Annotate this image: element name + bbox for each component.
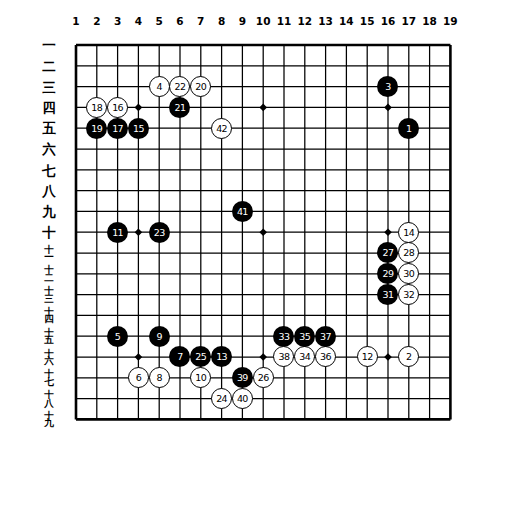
stone-black-move-9: 9 (149, 326, 170, 347)
stone-black-move-19: 19 (86, 118, 107, 139)
stone-white-move-14: 14 (398, 222, 419, 243)
stone-black-move-39: 39 (232, 367, 253, 388)
stone-white-move-16: 16 (107, 97, 128, 118)
stone-white-move-32: 32 (398, 284, 419, 305)
column-label-17: 17 (398, 12, 419, 30)
stone-black-move-25: 25 (190, 346, 211, 367)
row-label-6: 六 (36, 139, 62, 160)
row-label-8: 八 (36, 180, 62, 201)
stone-black-move-37: 37 (315, 326, 336, 347)
stone-white-move-40: 40 (232, 388, 253, 409)
stone-white-move-8: 8 (149, 367, 170, 388)
stone-white-move-12: 12 (357, 346, 378, 367)
row-label-5: 五 (36, 118, 62, 139)
stone-black-move-31: 31 (377, 284, 398, 305)
stone-black-move-33: 33 (273, 326, 294, 347)
column-label-2: 2 (86, 12, 107, 30)
stone-black-move-17: 17 (107, 118, 128, 139)
column-label-13: 13 (315, 12, 336, 30)
stone-white-move-22: 22 (169, 76, 190, 97)
row-labels: 一二三四五六七八九十十一十二十三十四十五十六十七十八十九 (36, 35, 62, 430)
row-label-13: 十三 (36, 284, 62, 305)
row-label-17: 十七 (36, 367, 62, 388)
stone-black-move-13: 13 (211, 346, 232, 367)
stone-black-move-41: 41 (232, 201, 253, 222)
column-label-1: 1 (66, 12, 87, 30)
stone-white-move-2: 2 (398, 346, 419, 367)
column-label-16: 16 (378, 12, 399, 30)
column-label-9: 9 (232, 12, 253, 30)
stone-white-move-6: 6 (128, 367, 149, 388)
row-label-10: 十 (36, 222, 62, 243)
stone-white-move-10: 10 (190, 367, 211, 388)
column-label-12: 12 (294, 12, 315, 30)
stone-white-move-38: 38 (273, 346, 294, 367)
row-label-16: 十六 (36, 347, 62, 368)
row-label-11: 十一 (36, 243, 62, 264)
stones-layer: 1234567891011121314151617181920212223242… (66, 35, 461, 430)
column-label-5: 5 (149, 12, 170, 30)
column-label-19: 19 (440, 12, 461, 30)
row-label-9: 九 (36, 201, 62, 222)
go-board-diagram: 12345678910111213141516171819 一二三四五六七八九十… (0, 0, 512, 512)
stone-white-move-18: 18 (86, 97, 107, 118)
stone-white-move-34: 34 (294, 346, 315, 367)
column-labels: 12345678910111213141516171819 (66, 12, 461, 30)
column-label-8: 8 (211, 12, 232, 30)
column-label-11: 11 (274, 12, 295, 30)
stone-white-move-28: 28 (398, 242, 419, 263)
column-label-14: 14 (336, 12, 357, 30)
stone-black-move-3: 3 (377, 76, 398, 97)
stone-black-move-27: 27 (377, 242, 398, 263)
stone-white-move-36: 36 (315, 346, 336, 367)
stone-white-move-26: 26 (253, 367, 274, 388)
row-label-1: 一 (36, 35, 62, 56)
row-label-14: 十四 (36, 305, 62, 326)
stone-black-move-29: 29 (377, 263, 398, 284)
column-label-3: 3 (107, 12, 128, 30)
row-label-2: 二 (36, 55, 62, 76)
row-label-7: 七 (36, 159, 62, 180)
stone-black-move-7: 7 (169, 346, 190, 367)
row-label-19: 十九 (36, 409, 62, 430)
stone-white-move-42: 42 (211, 118, 232, 139)
row-label-15: 十五 (36, 326, 62, 347)
stone-white-move-4: 4 (149, 76, 170, 97)
row-label-3: 三 (36, 76, 62, 97)
stone-black-move-35: 35 (294, 326, 315, 347)
row-label-4: 四 (36, 97, 62, 118)
column-label-4: 4 (128, 12, 149, 30)
column-label-6: 6 (170, 12, 191, 30)
stone-black-move-23: 23 (149, 222, 170, 243)
stone-white-move-30: 30 (398, 263, 419, 284)
column-label-7: 7 (190, 12, 211, 30)
stone-black-move-5: 5 (107, 326, 128, 347)
stone-white-move-24: 24 (211, 388, 232, 409)
column-label-15: 15 (357, 12, 378, 30)
stone-black-move-21: 21 (169, 97, 190, 118)
stone-black-move-11: 11 (107, 222, 128, 243)
stone-black-move-1: 1 (398, 118, 419, 139)
row-label-12: 十二 (36, 263, 62, 284)
stone-white-move-20: 20 (190, 76, 211, 97)
column-label-10: 10 (253, 12, 274, 30)
row-label-18: 十八 (36, 388, 62, 409)
column-label-18: 18 (419, 12, 440, 30)
stone-black-move-15: 15 (128, 118, 149, 139)
